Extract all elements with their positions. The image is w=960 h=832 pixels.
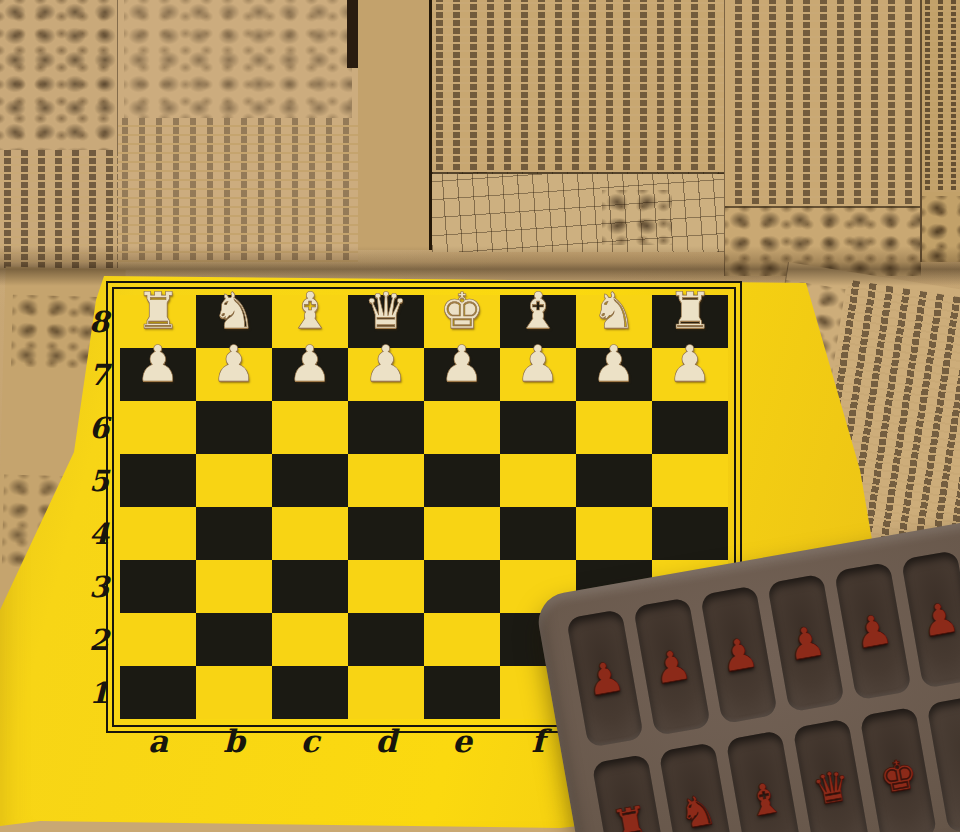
square-g7[interactable]: ♟ bbox=[576, 348, 652, 401]
square-e3[interactable] bbox=[424, 560, 500, 613]
ivory-knight-b8[interactable]: ♞ bbox=[212, 286, 257, 336]
ivory-pawn-g7[interactable]: ♟ bbox=[592, 339, 637, 389]
tray-slot-0-2[interactable]: ♟ bbox=[700, 585, 778, 724]
square-b5[interactable] bbox=[196, 454, 272, 507]
tray-slot-1-4[interactable]: ♚ bbox=[859, 707, 937, 832]
square-h6[interactable] bbox=[652, 401, 728, 454]
rank-labels: 87654321 bbox=[84, 295, 114, 719]
file-labels: abcdef bbox=[120, 723, 576, 759]
rank-label-7: 7 bbox=[84, 348, 114, 401]
rank-label-6: 6 bbox=[84, 401, 114, 454]
square-d3[interactable] bbox=[348, 560, 424, 613]
square-a6[interactable] bbox=[120, 401, 196, 454]
tray-slot-0-5[interactable]: ♟ bbox=[901, 550, 960, 689]
square-a5[interactable] bbox=[120, 454, 196, 507]
square-e6[interactable] bbox=[424, 401, 500, 454]
ivory-king-e8[interactable]: ♚ bbox=[440, 286, 485, 336]
tray-slot-1-1[interactable]: ♞ bbox=[659, 742, 737, 832]
square-a4[interactable] bbox=[120, 507, 196, 560]
ivory-pawn-d7[interactable]: ♟ bbox=[364, 339, 409, 389]
square-h4[interactable] bbox=[652, 507, 728, 560]
ivory-knight-g8[interactable]: ♞ bbox=[592, 286, 637, 336]
tray-slot-0-0[interactable]: ♟ bbox=[566, 609, 644, 748]
square-a2[interactable] bbox=[120, 613, 196, 666]
red-rook[interactable]: ♜ bbox=[608, 799, 652, 832]
square-b3[interactable] bbox=[196, 560, 272, 613]
ivory-bishop-f8[interactable]: ♝ bbox=[516, 286, 561, 336]
square-c6[interactable] bbox=[272, 401, 348, 454]
square-d6[interactable] bbox=[348, 401, 424, 454]
square-e4[interactable] bbox=[424, 507, 500, 560]
rank-label-8: 8 bbox=[84, 295, 114, 348]
square-b2[interactable] bbox=[196, 613, 272, 666]
square-c1[interactable] bbox=[272, 666, 348, 719]
square-d2[interactable] bbox=[348, 613, 424, 666]
ivory-pawn-b7[interactable]: ♟ bbox=[212, 339, 257, 389]
square-d5[interactable] bbox=[348, 454, 424, 507]
red-pawn[interactable]: ♟ bbox=[918, 595, 960, 643]
rank-label-3: 3 bbox=[84, 560, 114, 613]
red-pawn[interactable]: ♟ bbox=[717, 631, 761, 679]
square-g4[interactable] bbox=[576, 507, 652, 560]
ivory-pawn-c7[interactable]: ♟ bbox=[288, 339, 333, 389]
tray-slot-0-1[interactable]: ♟ bbox=[633, 597, 711, 736]
red-knight[interactable]: ♞ bbox=[675, 787, 719, 832]
ivory-pawn-a7[interactable]: ♟ bbox=[136, 339, 181, 389]
square-e5[interactable] bbox=[424, 454, 500, 507]
square-f6[interactable] bbox=[500, 401, 576, 454]
square-c4[interactable] bbox=[272, 507, 348, 560]
square-g5[interactable] bbox=[576, 454, 652, 507]
square-b7[interactable]: ♟ bbox=[196, 348, 272, 401]
photo-scene: 87654321 ♜♞♝♛♚♝♞♜♟♟♟♟♟♟♟♟ abcdef ♟♟♟♟♟♟♟… bbox=[0, 0, 960, 832]
ivory-rook-a8[interactable]: ♜ bbox=[136, 286, 181, 336]
square-d4[interactable] bbox=[348, 507, 424, 560]
square-a1[interactable] bbox=[120, 666, 196, 719]
ivory-pawn-h7[interactable]: ♟ bbox=[668, 339, 713, 389]
tray-slot-0-4[interactable]: ♟ bbox=[834, 562, 912, 701]
file-label-e: e bbox=[424, 723, 500, 759]
square-b6[interactable] bbox=[196, 401, 272, 454]
tray-slot-1-3[interactable]: ♛ bbox=[793, 718, 871, 832]
square-b4[interactable] bbox=[196, 507, 272, 560]
ivory-pawn-e7[interactable]: ♟ bbox=[440, 339, 485, 389]
ivory-bishop-c8[interactable]: ♝ bbox=[288, 286, 333, 336]
square-c3[interactable] bbox=[272, 560, 348, 613]
square-c5[interactable] bbox=[272, 454, 348, 507]
square-f4[interactable] bbox=[500, 507, 576, 560]
square-d1[interactable] bbox=[348, 666, 424, 719]
red-pawn[interactable]: ♟ bbox=[650, 643, 694, 691]
square-a3[interactable] bbox=[120, 560, 196, 613]
ivory-queen-d8[interactable]: ♛ bbox=[364, 286, 409, 336]
square-b1[interactable] bbox=[196, 666, 272, 719]
square-f5[interactable] bbox=[500, 454, 576, 507]
square-f7[interactable]: ♟ bbox=[500, 348, 576, 401]
file-label-c: c bbox=[272, 723, 348, 759]
red-pawn[interactable]: ♟ bbox=[784, 619, 828, 667]
tray-slot-1-2[interactable]: ♝ bbox=[726, 730, 804, 832]
ivory-pawn-f7[interactable]: ♟ bbox=[516, 339, 561, 389]
rank-label-5: 5 bbox=[84, 454, 114, 507]
square-c2[interactable] bbox=[272, 613, 348, 666]
red-queen[interactable]: ♛ bbox=[809, 764, 853, 812]
square-e2[interactable] bbox=[424, 613, 500, 666]
square-a7[interactable]: ♟ bbox=[120, 348, 196, 401]
square-e7[interactable]: ♟ bbox=[424, 348, 500, 401]
square-g6[interactable] bbox=[576, 401, 652, 454]
rank-label-1: 1 bbox=[84, 666, 114, 719]
square-d7[interactable]: ♟ bbox=[348, 348, 424, 401]
red-pawn[interactable]: ♟ bbox=[583, 654, 627, 702]
tray-slot-0-3[interactable]: ♟ bbox=[767, 574, 845, 713]
file-label-b: b bbox=[196, 723, 272, 759]
file-label-d: d bbox=[348, 723, 424, 759]
square-e1[interactable] bbox=[424, 666, 500, 719]
rank-label-2: 2 bbox=[84, 613, 114, 666]
square-h5[interactable] bbox=[652, 454, 728, 507]
rank-label-4: 4 bbox=[84, 507, 114, 560]
square-c7[interactable]: ♟ bbox=[272, 348, 348, 401]
red-pawn[interactable]: ♟ bbox=[851, 607, 895, 655]
square-h7[interactable]: ♟ bbox=[652, 348, 728, 401]
red-bishop[interactable]: ♝ bbox=[742, 776, 786, 824]
red-king[interactable]: ♚ bbox=[876, 752, 920, 800]
ivory-rook-h8[interactable]: ♜ bbox=[668, 286, 713, 336]
tray-slot-1-0[interactable]: ♜ bbox=[592, 754, 670, 832]
file-label-a: a bbox=[120, 723, 196, 759]
